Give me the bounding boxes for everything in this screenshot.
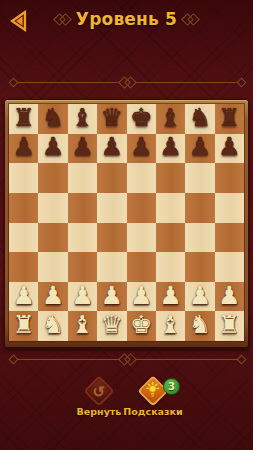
square-c1[interactable]: ♝	[68, 311, 97, 341]
square-h5[interactable]	[215, 193, 244, 223]
hints-action: 3 Подсказки	[118, 374, 188, 426]
square-b7[interactable]: ♟	[38, 134, 67, 164]
square-d2[interactable]: ♟	[97, 282, 126, 312]
divider-diamond-icon	[237, 354, 247, 364]
black-pawn[interactable]: ♟	[71, 134, 93, 159]
square-e5[interactable]	[127, 193, 156, 223]
square-b1[interactable]: ♞	[38, 311, 67, 341]
square-b2[interactable]: ♟	[38, 282, 67, 312]
square-a2[interactable]: ♟	[9, 282, 38, 312]
square-a1[interactable]: ♜	[9, 311, 38, 341]
board-frame: ♜♞♝♛♚♝♞♜♟♟♟♟♟♟♟♟♟♟♟♟♟♟♟♟♜♞♝♛♚♝♞♜	[4, 99, 249, 348]
square-a6[interactable]	[9, 163, 38, 193]
hints-badge: 3	[163, 378, 180, 395]
black-bishop[interactable]: ♝	[71, 105, 93, 130]
black-rook[interactable]: ♜	[218, 105, 240, 130]
square-b6[interactable]	[38, 163, 67, 193]
square-c7[interactable]: ♟	[68, 134, 97, 164]
square-g6[interactable]	[185, 163, 214, 193]
white-rook[interactable]: ♜	[218, 312, 240, 337]
divider-diamond-icon	[9, 77, 19, 87]
black-knight[interactable]: ♞	[189, 105, 211, 130]
divider-knot-icon	[120, 355, 135, 364]
black-pawn[interactable]: ♟	[101, 134, 123, 159]
white-queen[interactable]: ♛	[101, 312, 123, 337]
square-a5[interactable]	[9, 193, 38, 223]
white-king[interactable]: ♚	[130, 312, 152, 337]
square-a4[interactable]	[9, 223, 38, 253]
square-e3[interactable]	[127, 252, 156, 282]
square-b8[interactable]: ♞	[38, 104, 67, 134]
header: Уровень 5	[0, 0, 253, 40]
white-pawn[interactable]: ♟	[42, 283, 64, 308]
app-root: Уровень 5 ♜♞♝♛♚♝♞♜♟♟♟♟♟♟♟♟♟♟♟♟♟♟♟♟♜♞♝♛♚♝…	[0, 0, 253, 450]
hints-label: Подсказки	[118, 406, 188, 417]
white-rook[interactable]: ♜	[12, 312, 34, 337]
undo-icon: ↺	[93, 383, 106, 398]
square-h8[interactable]: ♜	[215, 104, 244, 134]
black-bishop[interactable]: ♝	[159, 105, 181, 130]
divider-bottom	[10, 353, 245, 365]
divider-diamond-icon	[9, 354, 19, 364]
square-d8[interactable]: ♛	[97, 104, 126, 134]
square-a7[interactable]: ♟	[9, 134, 38, 164]
square-g8[interactable]: ♞	[185, 104, 214, 134]
square-h3[interactable]	[215, 252, 244, 282]
square-d6[interactable]	[97, 163, 126, 193]
square-b4[interactable]	[38, 223, 67, 253]
square-f1[interactable]: ♝	[156, 311, 185, 341]
square-h6[interactable]	[215, 163, 244, 193]
square-d1[interactable]: ♛	[97, 311, 126, 341]
divider-top	[10, 76, 245, 88]
black-pawn[interactable]: ♟	[189, 134, 211, 159]
square-f7[interactable]: ♟	[156, 134, 185, 164]
white-pawn[interactable]: ♟	[189, 283, 211, 308]
square-g5[interactable]	[185, 193, 214, 223]
white-knight[interactable]: ♞	[42, 312, 64, 337]
square-e4[interactable]	[127, 223, 156, 253]
square-d4[interactable]	[97, 223, 126, 253]
black-pawn[interactable]: ♟	[42, 134, 64, 159]
white-knight[interactable]: ♞	[189, 312, 211, 337]
white-pawn[interactable]: ♟	[218, 283, 240, 308]
square-e8[interactable]: ♚	[127, 104, 156, 134]
square-e1[interactable]: ♚	[127, 311, 156, 341]
undo-button[interactable]: ↺	[83, 375, 114, 406]
white-pawn[interactable]: ♟	[101, 283, 123, 308]
square-f3[interactable]	[156, 252, 185, 282]
square-b3[interactable]	[38, 252, 67, 282]
title-ornament-right-icon	[183, 15, 198, 24]
square-g1[interactable]: ♞	[185, 311, 214, 341]
square-d7[interactable]: ♟	[97, 134, 126, 164]
black-queen[interactable]: ♛	[101, 105, 123, 130]
square-f5[interactable]	[156, 193, 185, 223]
black-pawn[interactable]: ♟	[12, 134, 34, 159]
square-e6[interactable]	[127, 163, 156, 193]
square-e2[interactable]: ♟	[127, 282, 156, 312]
title-ornament-left-icon	[55, 15, 70, 24]
black-pawn[interactable]: ♟	[130, 134, 152, 159]
title-wrap: Уровень 5	[0, 6, 253, 32]
square-c3[interactable]	[68, 252, 97, 282]
square-f2[interactable]: ♟	[156, 282, 185, 312]
square-f8[interactable]: ♝	[156, 104, 185, 134]
black-rook[interactable]: ♜	[12, 105, 34, 130]
square-b5[interactable]	[38, 193, 67, 223]
square-h4[interactable]	[215, 223, 244, 253]
divider-diamond-icon	[237, 77, 247, 87]
square-g7[interactable]: ♟	[185, 134, 214, 164]
black-knight[interactable]: ♞	[42, 105, 64, 130]
square-c6[interactable]	[68, 163, 97, 193]
square-g3[interactable]	[185, 252, 214, 282]
lightbulb-icon	[145, 382, 161, 401]
square-a3[interactable]	[9, 252, 38, 282]
square-c2[interactable]: ♟	[68, 282, 97, 312]
black-pawn[interactable]: ♟	[218, 134, 240, 159]
square-g4[interactable]	[185, 223, 214, 253]
square-f6[interactable]	[156, 163, 185, 193]
black-pawn[interactable]: ♟	[159, 134, 181, 159]
square-c8[interactable]: ♝	[68, 104, 97, 134]
square-g2[interactable]: ♟	[185, 282, 214, 312]
white-pawn[interactable]: ♟	[130, 283, 152, 308]
chess-board: ♜♞♝♛♚♝♞♜♟♟♟♟♟♟♟♟♟♟♟♟♟♟♟♟♜♞♝♛♚♝♞♜	[9, 104, 244, 341]
white-bishop[interactable]: ♝	[71, 312, 93, 337]
divider-knot-icon	[120, 78, 135, 87]
square-c4[interactable]	[68, 223, 97, 253]
square-e7[interactable]: ♟	[127, 134, 156, 164]
square-a8[interactable]: ♜	[9, 104, 38, 134]
square-h2[interactable]: ♟	[215, 282, 244, 312]
square-c5[interactable]	[68, 193, 97, 223]
page-title: Уровень 5	[76, 9, 177, 29]
white-bishop[interactable]: ♝	[159, 312, 181, 337]
white-pawn[interactable]: ♟	[71, 283, 93, 308]
square-f4[interactable]	[156, 223, 185, 253]
square-h7[interactable]: ♟	[215, 134, 244, 164]
white-pawn[interactable]: ♟	[12, 283, 34, 308]
black-king[interactable]: ♚	[130, 105, 152, 130]
white-pawn[interactable]: ♟	[159, 283, 181, 308]
square-h1[interactable]: ♜	[215, 311, 244, 341]
square-d3[interactable]	[97, 252, 126, 282]
square-d5[interactable]	[97, 193, 126, 223]
